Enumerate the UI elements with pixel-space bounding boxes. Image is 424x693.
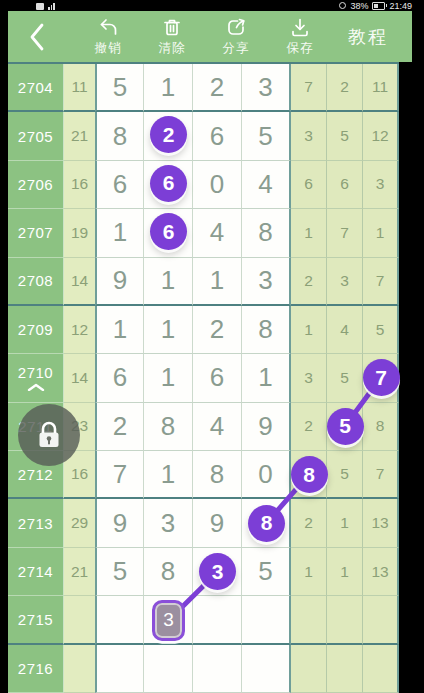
stat-cell[interactable]: 1 <box>327 548 363 596</box>
stat-cell[interactable]: 1 <box>291 306 327 354</box>
tutorial-button[interactable]: 教程 <box>348 25 388 49</box>
issue-label-2715: 2715 <box>8 596 64 644</box>
issue-label-2714: 2714 <box>8 548 64 596</box>
stat-cell[interactable] <box>363 645 399 693</box>
stat-cell[interactable]: 13 <box>363 548 399 596</box>
lock-button[interactable] <box>18 404 80 466</box>
stat-cell[interactable] <box>327 645 363 693</box>
stat-cell[interactable] <box>363 596 399 644</box>
stat-cell[interactable]: 13 <box>363 499 399 547</box>
digit-cell[interactable]: 5 <box>242 112 291 160</box>
digit-cell[interactable] <box>193 645 242 693</box>
mark-circle[interactable]: 6 <box>150 165 187 202</box>
digit-cell[interactable]: 4 <box>193 403 242 451</box>
stat-cell[interactable]: 7 <box>327 209 363 257</box>
digit-cell[interactable]: 1 <box>144 306 193 354</box>
digit-cell[interactable]: 9 <box>242 403 291 451</box>
digit-cell[interactable]: 5 <box>242 548 291 596</box>
digit-cell[interactable]: 0 <box>242 451 291 499</box>
digit-cell[interactable]: 1 <box>144 451 193 499</box>
issue-label-2710: 2710 <box>8 354 64 402</box>
digit-cell[interactable]: 4 <box>242 161 291 209</box>
digit-cell[interactable]: 9 <box>95 499 144 547</box>
issue-label-2707: 2707 <box>8 209 64 257</box>
digit-cell[interactable]: 2 <box>193 306 242 354</box>
share-label: 分享 <box>223 40 250 57</box>
stat-cell[interactable]: 5 <box>327 451 363 499</box>
sum-cell[interactable]: 21 <box>64 548 95 596</box>
mark-circle[interactable]: 8 <box>291 456 328 493</box>
save-button[interactable]: 保存 <box>268 16 332 57</box>
clear-label: 清除 <box>159 40 186 57</box>
stat-cell[interactable]: 8 <box>363 403 399 451</box>
sum-cell[interactable]: 14 <box>64 258 95 306</box>
save-label: 保存 <box>287 40 314 57</box>
stat-cell[interactable] <box>291 645 327 693</box>
issue-label-2713: 2713 <box>8 499 64 547</box>
stat-cell[interactable]: 2 <box>291 403 327 451</box>
sum-cell[interactable]: 11 <box>64 64 95 112</box>
save-icon <box>289 16 311 38</box>
stat-cell[interactable]: 3 <box>363 161 399 209</box>
issue-label-2709: 2709 <box>8 306 64 354</box>
clear-button[interactable]: 清除 <box>140 16 204 57</box>
alarm-icon <box>339 2 346 9</box>
undo-label: 撤销 <box>95 40 122 57</box>
stat-cell[interactable]: 1 <box>327 499 363 547</box>
digit-cell[interactable]: 4 <box>193 209 242 257</box>
lock-icon <box>36 420 62 450</box>
stat-cell[interactable]: 2 <box>327 64 363 112</box>
digit-cell[interactable]: 1 <box>144 354 193 402</box>
digit-cell[interactable]: 1 <box>95 209 144 257</box>
digit-cell[interactable] <box>95 645 144 693</box>
digit-cell[interactable]: 1 <box>144 258 193 306</box>
chevron-left-icon <box>27 21 47 53</box>
stat-cell[interactable]: 7 <box>363 258 399 306</box>
digit-cell[interactable]: 1 <box>193 258 242 306</box>
issue-label-2705: 2705 <box>8 112 64 160</box>
stat-cell[interactable]: 12 <box>363 112 399 160</box>
digit-cell[interactable]: 8 <box>144 548 193 596</box>
digit-cell[interactable]: 5 <box>95 548 144 596</box>
digit-cell[interactable]: 2 <box>193 64 242 112</box>
digit-cell[interactable] <box>242 645 291 693</box>
digit-cell[interactable] <box>95 596 144 644</box>
sum-cell[interactable] <box>64 596 95 644</box>
stat-cell[interactable]: 6 <box>291 161 327 209</box>
digit-cell[interactable]: 6 <box>95 354 144 402</box>
digit-cell[interactable]: 9 <box>95 258 144 306</box>
chevron-up-icon[interactable] <box>27 383 45 391</box>
stat-cell[interactable]: 1 <box>291 548 327 596</box>
digit-cell[interactable]: 3 <box>242 258 291 306</box>
issue-label-2706: 2706 <box>8 161 64 209</box>
digit-cell[interactable]: 3 <box>242 64 291 112</box>
digit-cell[interactable]: 2 <box>95 403 144 451</box>
stat-cell[interactable]: 11 <box>363 64 399 112</box>
digit-cell[interactable]: 8 <box>144 403 193 451</box>
sim-card-icon <box>36 3 44 10</box>
digit-cell[interactable]: 1 <box>144 64 193 112</box>
mark-circle[interactable]: 8 <box>248 505 285 542</box>
stat-cell[interactable]: 2 <box>291 499 327 547</box>
stat-cell[interactable]: 1 <box>363 209 399 257</box>
stat-cell[interactable] <box>327 596 363 644</box>
digit-cell[interactable]: 6 <box>193 354 242 402</box>
sum-cell[interactable] <box>64 645 95 693</box>
battery-percent: 38% <box>350 1 368 11</box>
digit-cell[interactable]: 5 <box>95 64 144 112</box>
digit-cell[interactable]: 7 <box>95 451 144 499</box>
undo-icon <box>97 16 119 38</box>
digit-cell[interactable]: 8 <box>242 209 291 257</box>
prediction-marker[interactable]: 3 <box>152 600 185 641</box>
stat-cell[interactable]: 1 <box>291 209 327 257</box>
digit-cell[interactable]: 8 <box>95 112 144 160</box>
stat-cell[interactable]: 3 <box>327 258 363 306</box>
share-button[interactable]: 分享 <box>204 16 268 57</box>
digit-cell[interactable]: 8 <box>193 451 242 499</box>
stat-cell[interactable]: 2 <box>291 258 327 306</box>
stat-cell[interactable]: 5 <box>363 306 399 354</box>
digit-cell[interactable] <box>144 645 193 693</box>
stat-cell[interactable]: 7 <box>363 451 399 499</box>
issue-label-2716: 2716 <box>8 645 64 693</box>
sum-cell[interactable]: 12 <box>64 306 95 354</box>
digit-cell[interactable]: 0 <box>193 161 242 209</box>
digit-cell[interactable]: 8 <box>242 306 291 354</box>
stat-cell[interactable]: 6 <box>327 161 363 209</box>
digit-cell[interactable] <box>193 596 242 644</box>
stat-cell[interactable]: 3 <box>291 354 327 402</box>
clear-icon <box>161 16 183 38</box>
digit-cell[interactable]: 9 <box>193 499 242 547</box>
mark-circle[interactable]: 7 <box>363 359 400 396</box>
digit-cell[interactable]: 6 <box>95 161 144 209</box>
digit-cell[interactable]: 1 <box>95 306 144 354</box>
stat-cell[interactable]: 5 <box>327 112 363 160</box>
battery-icon <box>372 2 385 10</box>
signal-bars-icon <box>48 3 55 10</box>
sum-cell[interactable]: 16 <box>64 161 95 209</box>
stat-cell[interactable] <box>291 596 327 644</box>
toolbar-actions: 撤销清除分享保存 <box>76 16 332 57</box>
stat-cell[interactable]: 5 <box>327 354 363 402</box>
stat-cell[interactable]: 3 <box>291 112 327 160</box>
digit-cell[interactable]: 1 <box>242 354 291 402</box>
issue-label-2704: 2704 <box>8 64 64 112</box>
status-bar: 38% 21:49 <box>0 0 424 11</box>
clock-time: 21:49 <box>389 1 412 11</box>
digit-cell[interactable] <box>242 596 291 644</box>
digit-cell[interactable]: 6 <box>193 112 242 160</box>
mark-circle[interactable]: 3 <box>199 553 236 590</box>
trend-chart-grid: 2704115123721127052182653512270616660466… <box>8 62 399 693</box>
sum-cell[interactable]: 21 <box>64 112 95 160</box>
stat-cell[interactable]: 7 <box>291 64 327 112</box>
sum-cell[interactable]: 14 <box>64 354 95 402</box>
sum-cell[interactable]: 29 <box>64 499 95 547</box>
undo-button[interactable]: 撤销 <box>76 16 140 57</box>
stat-cell[interactable]: 4 <box>327 306 363 354</box>
toolbar: 撤销清除分享保存 教程 <box>8 11 412 62</box>
back-button[interactable] <box>24 20 50 54</box>
digit-cell[interactable]: 3 <box>144 499 193 547</box>
mark-circle[interactable]: 5 <box>327 408 364 445</box>
share-icon <box>225 16 247 38</box>
issue-label-2708: 2708 <box>8 258 64 306</box>
sum-cell[interactable]: 19 <box>64 209 95 257</box>
